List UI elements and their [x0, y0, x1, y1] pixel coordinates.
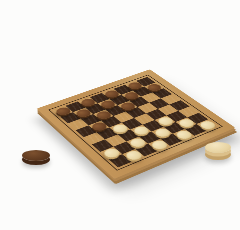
board-grid: [53, 77, 218, 168]
decorative-border-line: [48, 75, 223, 171]
off-board-light-piece: [205, 142, 231, 153]
board-frame: [37, 69, 236, 179]
off-board-dark-piece: [22, 150, 50, 161]
checkers-board: [37, 69, 236, 179]
photo-scene: [0, 0, 240, 230]
